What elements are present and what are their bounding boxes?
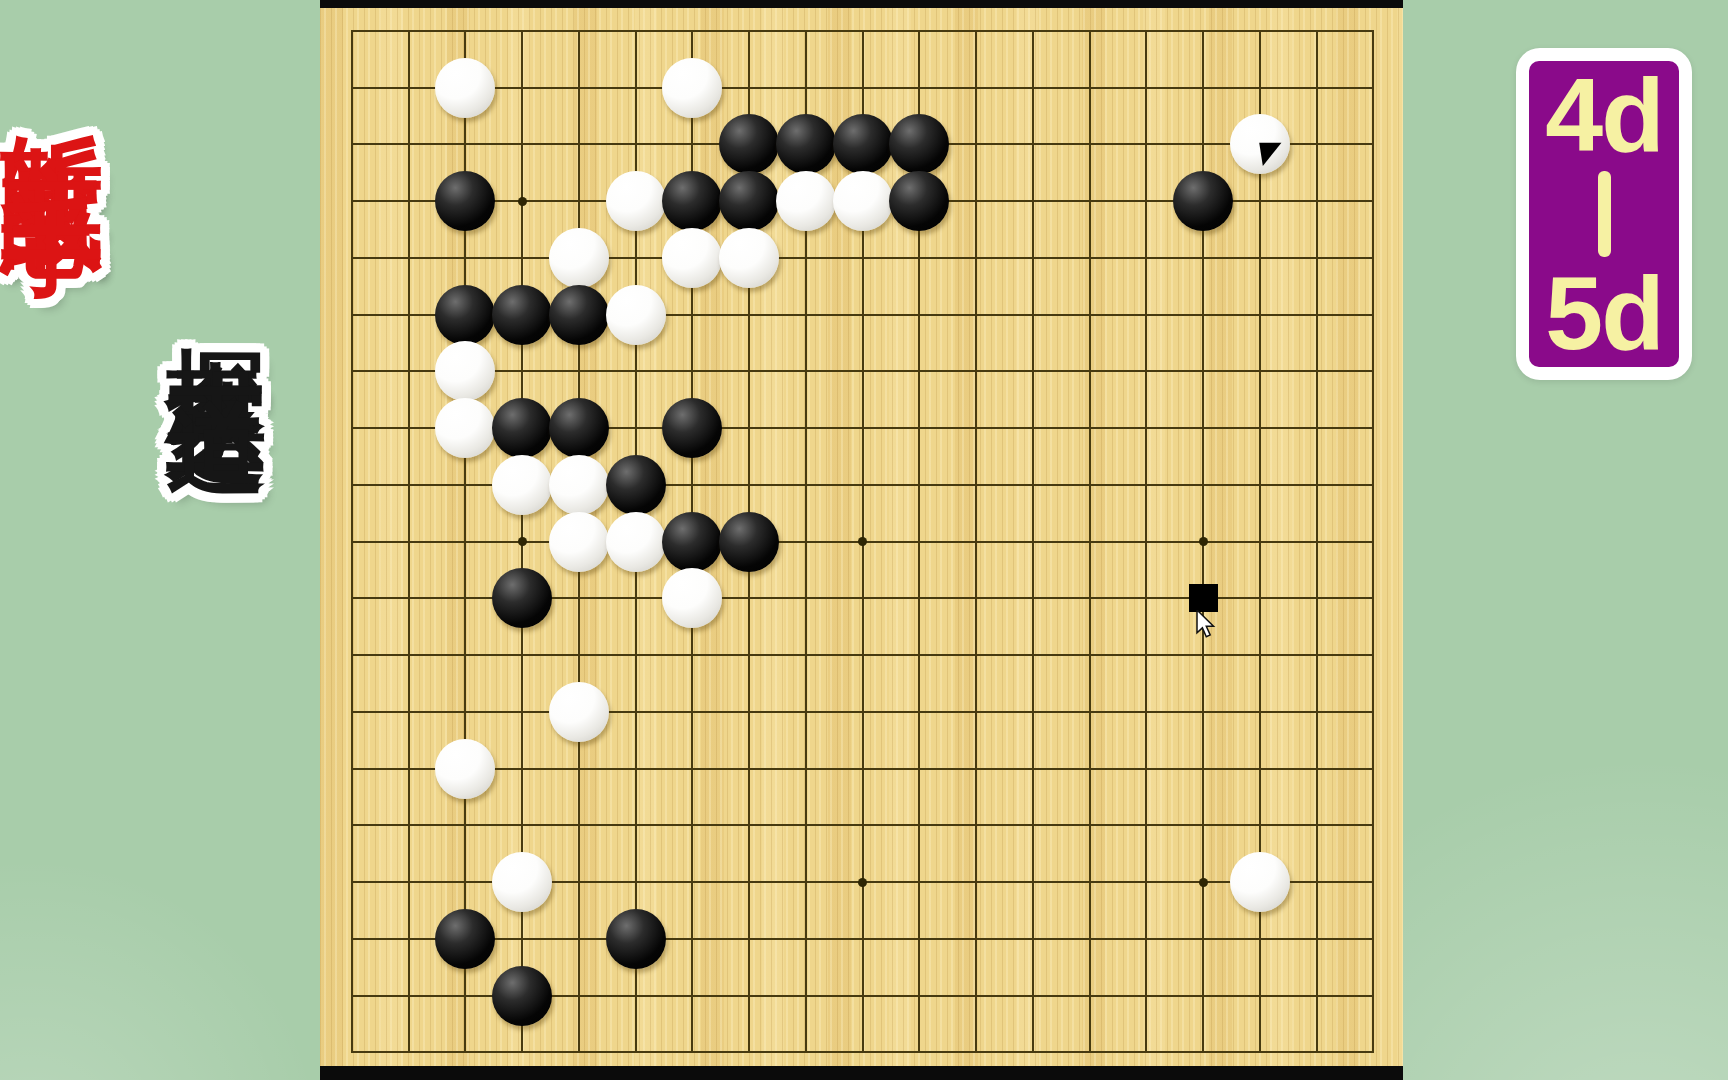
grid-line-vertical bbox=[1316, 30, 1318, 1053]
star-point bbox=[1199, 537, 1208, 546]
black-stone bbox=[889, 114, 949, 174]
white-stone bbox=[606, 512, 666, 572]
rank-divider-bar bbox=[1598, 171, 1611, 257]
black-stone bbox=[492, 398, 552, 458]
white-stone bbox=[492, 455, 552, 515]
white-stone bbox=[1230, 114, 1290, 174]
black-stone bbox=[606, 909, 666, 969]
white-stone bbox=[776, 171, 836, 231]
rank-badge-panel: 4d 5d bbox=[1529, 61, 1679, 367]
mouse-cursor-icon bbox=[1195, 610, 1217, 640]
move-preview-square[interactable] bbox=[1189, 584, 1218, 612]
black-stone bbox=[492, 966, 552, 1026]
grid-line-horizontal bbox=[351, 654, 1374, 656]
white-stone bbox=[662, 58, 722, 118]
grid-line-horizontal bbox=[351, 824, 1374, 826]
title-red-column: 斩断实战恶手 bbox=[0, 52, 121, 124]
grid-line-vertical bbox=[1032, 30, 1034, 1053]
white-stone bbox=[549, 228, 609, 288]
rank-upper-label: 4d bbox=[1545, 65, 1662, 165]
black-stone bbox=[719, 114, 779, 174]
star-point bbox=[858, 537, 867, 546]
star-point bbox=[858, 878, 867, 887]
white-stone bbox=[549, 682, 609, 742]
black-stone bbox=[435, 909, 495, 969]
black-stone bbox=[1173, 171, 1233, 231]
black-stone bbox=[435, 285, 495, 345]
black-stone bbox=[719, 171, 779, 231]
white-stone bbox=[435, 58, 495, 118]
grid-line-horizontal bbox=[351, 1051, 1374, 1053]
black-stone bbox=[435, 171, 495, 231]
grid-line-vertical bbox=[1089, 30, 1091, 1053]
grid-line-vertical bbox=[975, 30, 977, 1053]
grid-line-horizontal bbox=[351, 938, 1374, 940]
white-stone bbox=[833, 171, 893, 231]
white-stone bbox=[662, 568, 722, 628]
black-stone bbox=[719, 512, 779, 572]
black-stone bbox=[662, 171, 722, 231]
title-black-column: 探索棋之正道 bbox=[150, 268, 285, 328]
black-stone bbox=[606, 455, 666, 515]
star-point bbox=[1199, 878, 1208, 887]
black-stone bbox=[889, 171, 949, 231]
white-stone bbox=[606, 285, 666, 345]
white-stone bbox=[435, 341, 495, 401]
grid-line-horizontal bbox=[351, 768, 1374, 770]
black-stone bbox=[549, 285, 609, 345]
white-stone bbox=[435, 398, 495, 458]
black-stone bbox=[492, 568, 552, 628]
white-stone bbox=[662, 228, 722, 288]
white-stone bbox=[606, 171, 666, 231]
go-board[interactable] bbox=[320, 0, 1403, 1080]
grid-line-vertical bbox=[1372, 30, 1374, 1053]
video-frame: 斩断实战恶手 探索棋之正道 4d 5d bbox=[0, 0, 1728, 1080]
white-stone bbox=[549, 512, 609, 572]
grid-line-vertical bbox=[1145, 30, 1147, 1053]
black-stone bbox=[662, 512, 722, 572]
black-stone bbox=[776, 114, 836, 174]
black-stone bbox=[833, 114, 893, 174]
grid-line-horizontal bbox=[351, 711, 1374, 713]
white-stone bbox=[719, 228, 779, 288]
white-stone bbox=[435, 739, 495, 799]
black-stone bbox=[662, 398, 722, 458]
white-stone bbox=[549, 455, 609, 515]
rank-badge: 4d 5d bbox=[1516, 48, 1692, 380]
star-point bbox=[518, 537, 527, 546]
white-stone bbox=[1230, 852, 1290, 912]
rank-lower-label: 5d bbox=[1545, 263, 1662, 363]
black-stone bbox=[492, 285, 552, 345]
star-point bbox=[518, 197, 527, 206]
black-stone bbox=[549, 398, 609, 458]
white-stone bbox=[492, 852, 552, 912]
